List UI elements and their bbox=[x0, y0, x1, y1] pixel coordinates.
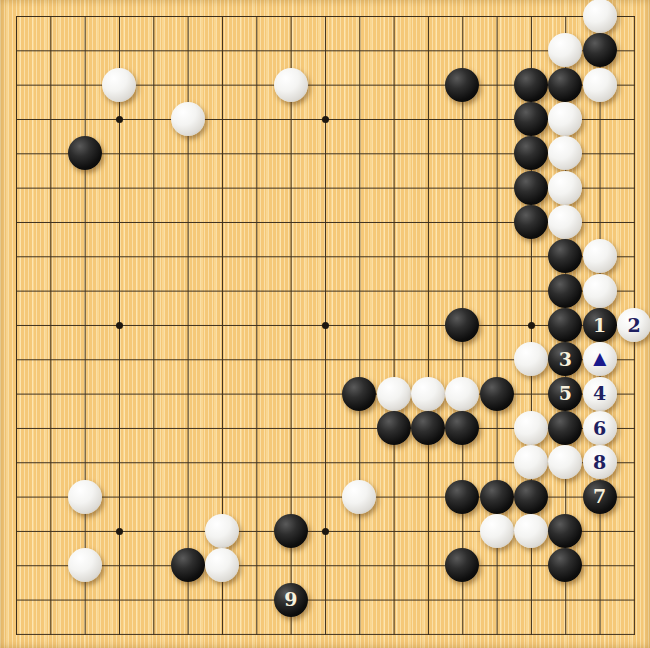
move-2-white-stone[interactable]: 2 bbox=[617, 308, 650, 342]
go-board[interactable]: 123▲546879 bbox=[0, 0, 650, 648]
white-stone[interactable] bbox=[342, 480, 376, 514]
black-stone[interactable] bbox=[274, 514, 308, 548]
triangle-marker-icon: ▲ bbox=[593, 350, 606, 367]
white-stone[interactable] bbox=[274, 68, 308, 102]
stones-layer: 123▲546879 bbox=[0, 0, 650, 648]
white-stone[interactable] bbox=[377, 377, 411, 411]
black-stone[interactable] bbox=[377, 411, 411, 445]
black-stone[interactable] bbox=[171, 548, 205, 582]
white-stone[interactable] bbox=[205, 548, 239, 582]
black-stone[interactable] bbox=[480, 377, 514, 411]
black-stone[interactable] bbox=[445, 308, 479, 342]
black-stone[interactable] bbox=[445, 68, 479, 102]
white-stone[interactable] bbox=[411, 377, 445, 411]
black-stone[interactable] bbox=[548, 308, 582, 342]
move-number-label: 3 bbox=[559, 350, 572, 369]
white-stone[interactable] bbox=[548, 102, 582, 136]
move-4-white-stone[interactable]: 4 bbox=[583, 377, 617, 411]
white-stone[interactable] bbox=[171, 102, 205, 136]
move-number-label: 2 bbox=[627, 316, 640, 335]
move-number-label: 8 bbox=[593, 453, 606, 472]
white-stone[interactable] bbox=[514, 445, 548, 479]
black-stone[interactable] bbox=[514, 480, 548, 514]
move-number-label: 9 bbox=[284, 590, 297, 609]
move-number-label: 6 bbox=[593, 419, 606, 438]
move-number-label: 1 bbox=[593, 316, 606, 335]
move-3-black-stone[interactable]: 3 bbox=[548, 342, 582, 376]
white-stone[interactable] bbox=[583, 68, 617, 102]
white-stone[interactable] bbox=[102, 68, 136, 102]
white-stone[interactable] bbox=[480, 514, 514, 548]
black-stone[interactable] bbox=[411, 411, 445, 445]
black-stone[interactable] bbox=[514, 102, 548, 136]
black-stone[interactable] bbox=[548, 274, 582, 308]
white-stone[interactable] bbox=[445, 377, 479, 411]
white-stone[interactable] bbox=[548, 136, 582, 170]
move-number-label: 5 bbox=[559, 384, 572, 403]
white-stone[interactable] bbox=[205, 514, 239, 548]
white-stone[interactable] bbox=[548, 445, 582, 479]
white-stone[interactable] bbox=[583, 274, 617, 308]
black-stone[interactable] bbox=[445, 480, 479, 514]
white-stone[interactable] bbox=[583, 0, 617, 33]
white-stone[interactable] bbox=[548, 33, 582, 67]
move-6-white-stone[interactable]: 6 bbox=[583, 411, 617, 445]
white-stone[interactable] bbox=[68, 480, 102, 514]
black-stone[interactable] bbox=[514, 68, 548, 102]
white-stone[interactable] bbox=[548, 171, 582, 205]
move-number-label: 4 bbox=[593, 384, 606, 403]
move-9-black-stone[interactable]: 9 bbox=[274, 583, 308, 617]
move-7-black-stone[interactable]: 7 bbox=[583, 480, 617, 514]
black-stone[interactable] bbox=[514, 205, 548, 239]
move-5-black-stone[interactable]: 5 bbox=[548, 377, 582, 411]
black-stone[interactable] bbox=[583, 33, 617, 67]
white-stone[interactable] bbox=[514, 411, 548, 445]
black-stone[interactable] bbox=[548, 411, 582, 445]
black-stone[interactable] bbox=[445, 411, 479, 445]
white-stone[interactable] bbox=[548, 205, 582, 239]
move-1-black-stone[interactable]: 1 bbox=[583, 308, 617, 342]
black-stone[interactable] bbox=[548, 514, 582, 548]
black-stone[interactable] bbox=[548, 548, 582, 582]
black-stone[interactable] bbox=[548, 239, 582, 273]
black-stone[interactable] bbox=[68, 136, 102, 170]
white-stone[interactable] bbox=[583, 239, 617, 273]
white-stone[interactable] bbox=[514, 514, 548, 548]
black-stone[interactable] bbox=[445, 548, 479, 582]
white-stone[interactable] bbox=[514, 342, 548, 376]
black-stone[interactable] bbox=[514, 171, 548, 205]
triangle-marked-white-stone[interactable]: ▲ bbox=[583, 342, 617, 376]
move-number-label: 7 bbox=[593, 487, 606, 506]
move-8-white-stone[interactable]: 8 bbox=[583, 445, 617, 479]
black-stone[interactable] bbox=[342, 377, 376, 411]
white-stone[interactable] bbox=[68, 548, 102, 582]
black-stone[interactable] bbox=[480, 480, 514, 514]
black-stone[interactable] bbox=[548, 68, 582, 102]
black-stone[interactable] bbox=[514, 136, 548, 170]
